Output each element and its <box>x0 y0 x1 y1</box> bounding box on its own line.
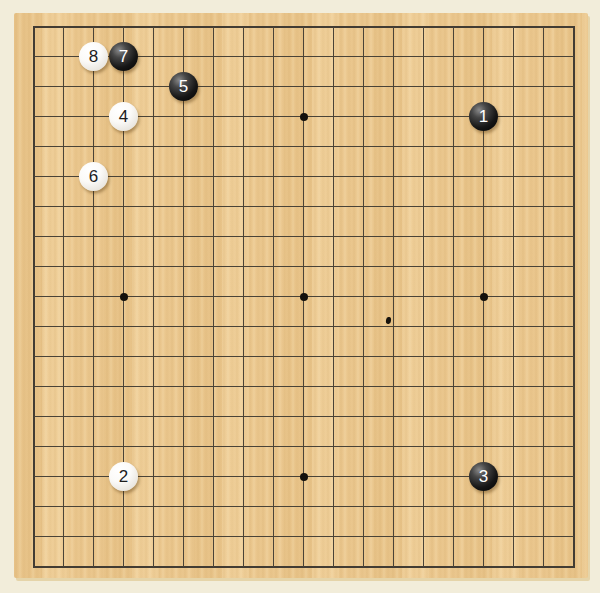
stone-white-D16: 4 <box>109 102 138 131</box>
move-number-label: 1 <box>479 108 488 126</box>
grid-vline <box>513 27 514 567</box>
grid-vline <box>393 27 394 567</box>
grid-vline <box>333 27 334 567</box>
move-number-label: 2 <box>119 468 128 486</box>
move-number-label: 6 <box>89 168 98 186</box>
grid-hline <box>34 446 574 447</box>
move-number-label: 4 <box>119 108 128 126</box>
grid-hline <box>34 506 574 507</box>
star-point <box>120 293 128 301</box>
grid-vline <box>543 27 544 567</box>
star-point <box>300 473 308 481</box>
stone-black-Q4: 3 <box>469 462 498 491</box>
grid-vline <box>453 27 454 567</box>
move-number-label: 3 <box>479 468 488 486</box>
grid-hline <box>34 326 574 327</box>
stone-white-C18: 8 <box>79 42 108 71</box>
stone-white-C14: 6 <box>79 162 108 191</box>
go-board[interactable]: 12345678 <box>14 13 588 578</box>
stone-black-Q16: 1 <box>469 102 498 131</box>
grid-vline <box>363 27 364 567</box>
grid-hline <box>34 416 574 417</box>
grid-hline <box>34 356 574 357</box>
stone-white-D4: 2 <box>109 462 138 491</box>
stone-black-F17: 5 <box>169 72 198 101</box>
move-number-label: 7 <box>119 48 128 66</box>
move-number-label: 5 <box>179 78 188 96</box>
grid-hline <box>34 536 574 537</box>
page-background: 12345678 <box>0 0 600 593</box>
stone-black-D18: 7 <box>109 42 138 71</box>
move-number-label: 8 <box>89 48 98 66</box>
grid-hline <box>34 386 574 387</box>
star-point <box>300 113 308 121</box>
star-point <box>300 293 308 301</box>
star-point <box>480 293 488 301</box>
grid-vline <box>423 27 424 567</box>
annotation-dot <box>385 316 391 324</box>
